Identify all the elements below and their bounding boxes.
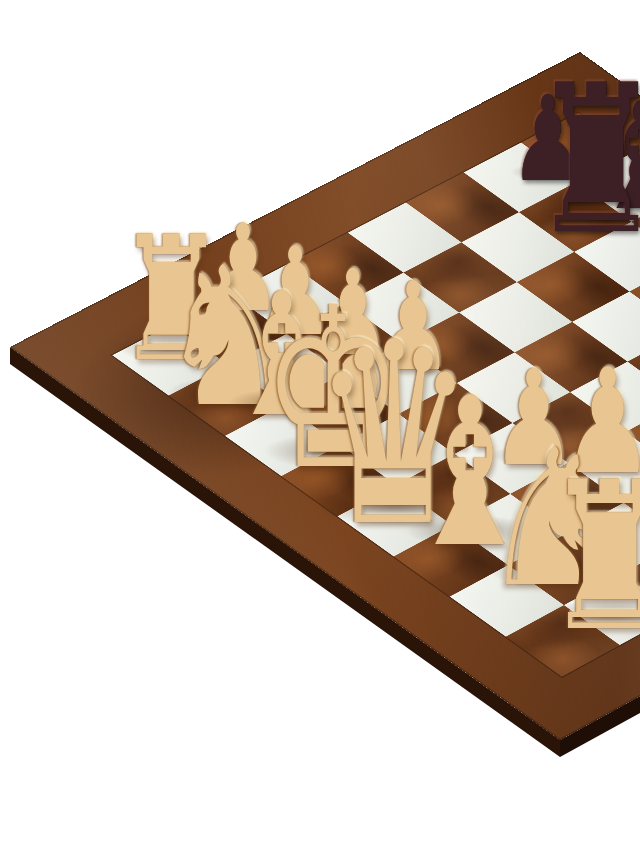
piece-black-rook-h7[interactable]: ♜ bbox=[516, 58, 640, 263]
product-photo-chess-scene: { "game": "chess", "scene": { "descripti… bbox=[0, 0, 640, 853]
piece-white-rook-b1[interactable]: ♜ bbox=[529, 455, 640, 660]
